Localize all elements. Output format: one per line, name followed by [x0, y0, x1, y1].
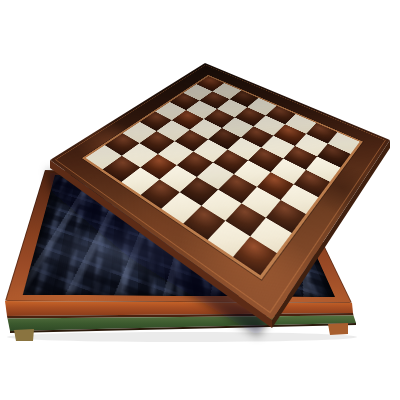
- chess-set-product-photo: [0, 0, 400, 400]
